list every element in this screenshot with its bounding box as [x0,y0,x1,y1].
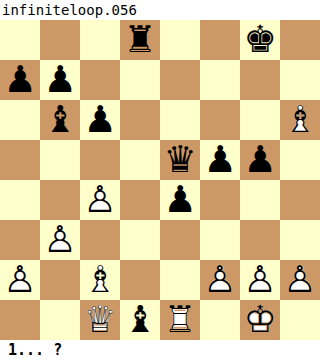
white-bishop-piece[interactable]: ♝♗ [280,100,320,140]
square-a4[interactable] [0,180,40,220]
square-f8[interactable] [200,20,240,60]
square-c7[interactable] [80,60,120,100]
square-f4[interactable] [200,180,240,220]
square-e3[interactable] [160,220,200,260]
black-bishop-piece[interactable]: ♝ [120,300,160,340]
square-f3[interactable] [200,220,240,260]
square-b6[interactable]: ♝ [40,100,80,140]
square-h1[interactable] [280,300,320,340]
square-c5[interactable] [80,140,120,180]
black-pawn-piece[interactable]: ♟ [40,60,80,100]
square-e1[interactable]: ♜♖ [160,300,200,340]
square-h6[interactable]: ♝♗ [280,100,320,140]
square-h2[interactable]: ♟♙ [280,260,320,300]
chess-board: ♜♚♟♟♝♟♝♗♛♟♟♟♙♟♟♙♟♙♝♗♟♙♟♙♟♙♛♕♝♜♖♚♔ [0,20,320,340]
square-f7[interactable] [200,60,240,100]
black-pawn-piece[interactable]: ♟ [80,100,120,140]
square-g2[interactable]: ♟♙ [240,260,280,300]
square-g1[interactable]: ♚♔ [240,300,280,340]
square-h4[interactable] [280,180,320,220]
move-prompt-text: 1... ? [8,341,62,359]
white-queen-piece[interactable]: ♛♕ [80,300,120,340]
puzzle-title-text: infiniteloop.056 [2,2,137,18]
square-d6[interactable] [120,100,160,140]
square-g6[interactable] [240,100,280,140]
square-h8[interactable] [280,20,320,60]
square-d1[interactable]: ♝ [120,300,160,340]
square-g7[interactable] [240,60,280,100]
square-e5[interactable]: ♛ [160,140,200,180]
black-rook-piece[interactable]: ♜ [120,20,160,60]
square-e6[interactable] [160,100,200,140]
square-c2[interactable]: ♝♗ [80,260,120,300]
black-pawn-piece[interactable]: ♟ [160,180,200,220]
square-f1[interactable] [200,300,240,340]
square-d2[interactable] [120,260,160,300]
square-a1[interactable] [0,300,40,340]
black-pawn-piece[interactable]: ♟ [240,140,280,180]
square-g8[interactable]: ♚ [240,20,280,60]
square-e8[interactable] [160,20,200,60]
black-bishop-piece[interactable]: ♝ [40,100,80,140]
square-g4[interactable] [240,180,280,220]
square-d4[interactable] [120,180,160,220]
status-bar: 1... ? [0,340,320,360]
square-a3[interactable] [0,220,40,260]
square-b3[interactable]: ♟♙ [40,220,80,260]
square-a6[interactable] [0,100,40,140]
white-pawn-piece[interactable]: ♟♙ [0,260,40,300]
square-c4[interactable]: ♟♙ [80,180,120,220]
square-d5[interactable] [120,140,160,180]
square-c3[interactable] [80,220,120,260]
white-pawn-piece[interactable]: ♟♙ [80,180,120,220]
square-f5[interactable]: ♟ [200,140,240,180]
square-c6[interactable]: ♟ [80,100,120,140]
white-rook-piece[interactable]: ♜♖ [160,300,200,340]
square-b2[interactable] [40,260,80,300]
square-a2[interactable]: ♟♙ [0,260,40,300]
square-g3[interactable] [240,220,280,260]
square-h5[interactable] [280,140,320,180]
square-f2[interactable]: ♟♙ [200,260,240,300]
square-g5[interactable]: ♟ [240,140,280,180]
black-pawn-piece[interactable]: ♟ [0,60,40,100]
white-pawn-piece[interactable]: ♟♙ [240,260,280,300]
square-d7[interactable] [120,60,160,100]
black-king-piece[interactable]: ♚ [240,20,280,60]
square-d3[interactable] [120,220,160,260]
square-c1[interactable]: ♛♕ [80,300,120,340]
square-b8[interactable] [40,20,80,60]
black-queen-piece[interactable]: ♛ [160,140,200,180]
square-a8[interactable] [0,20,40,60]
white-king-piece[interactable]: ♚♔ [240,300,280,340]
window-title: infiniteloop.056 [0,0,320,20]
square-b7[interactable]: ♟ [40,60,80,100]
square-a7[interactable]: ♟ [0,60,40,100]
white-pawn-piece[interactable]: ♟♙ [280,260,320,300]
square-f6[interactable] [200,100,240,140]
square-b1[interactable] [40,300,80,340]
square-c8[interactable] [80,20,120,60]
square-d8[interactable]: ♜ [120,20,160,60]
square-a5[interactable] [0,140,40,180]
square-e7[interactable] [160,60,200,100]
square-e4[interactable]: ♟ [160,180,200,220]
square-h7[interactable] [280,60,320,100]
square-h3[interactable] [280,220,320,260]
white-pawn-piece[interactable]: ♟♙ [40,220,80,260]
black-pawn-piece[interactable]: ♟ [200,140,240,180]
white-pawn-piece[interactable]: ♟♙ [200,260,240,300]
square-b4[interactable] [40,180,80,220]
white-bishop-piece[interactable]: ♝♗ [80,260,120,300]
square-e2[interactable] [160,260,200,300]
square-b5[interactable] [40,140,80,180]
